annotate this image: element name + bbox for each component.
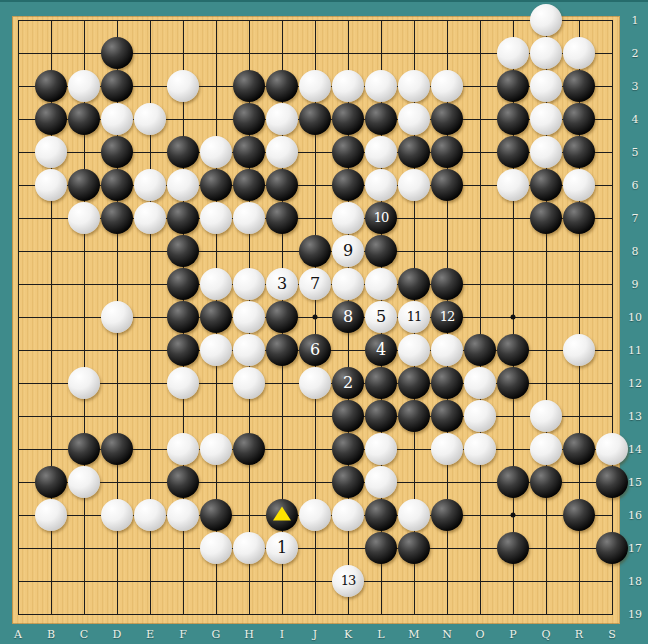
stone-white-C12[interactable] bbox=[68, 367, 100, 399]
stone-white-D16[interactable] bbox=[101, 499, 133, 531]
stone-white-K7[interactable] bbox=[332, 202, 364, 234]
stone-white-L15[interactable] bbox=[365, 466, 397, 498]
stone-black-I10[interactable] bbox=[266, 301, 298, 333]
stone-white-P6[interactable] bbox=[497, 169, 529, 201]
stone-black-C6[interactable] bbox=[68, 169, 100, 201]
column-label-F: F bbox=[179, 628, 187, 641]
row-label-10: 10 bbox=[628, 311, 642, 324]
column-label-A: A bbox=[14, 628, 22, 641]
stone-black-H3[interactable] bbox=[233, 70, 265, 102]
star-point bbox=[511, 315, 516, 320]
stone-black-C4[interactable] bbox=[68, 103, 100, 135]
stone-white-B16[interactable] bbox=[35, 499, 67, 531]
stone-white-K9[interactable] bbox=[332, 268, 364, 300]
stone-white-M3[interactable] bbox=[398, 70, 430, 102]
row-label-1: 1 bbox=[632, 14, 639, 27]
stone-white-G17[interactable] bbox=[200, 532, 232, 564]
move-number-label: 3 bbox=[277, 276, 287, 292]
stone-black-K15[interactable] bbox=[332, 466, 364, 498]
star-point bbox=[511, 513, 516, 518]
row-label-16: 16 bbox=[628, 509, 642, 522]
goban[interactable]: 10937851112642113 bbox=[12, 16, 620, 624]
stone-white-M4[interactable] bbox=[398, 103, 430, 135]
stone-white-H7[interactable] bbox=[233, 202, 265, 234]
stone-white-B5[interactable] bbox=[35, 136, 67, 168]
stone-white-K18[interactable]: 13 bbox=[332, 565, 364, 597]
move-number-label: 12 bbox=[440, 310, 455, 323]
stone-white-L10[interactable]: 5 bbox=[365, 301, 397, 333]
stone-white-M16[interactable] bbox=[398, 499, 430, 531]
stone-black-D14[interactable] bbox=[101, 433, 133, 465]
triangle-marker-icon bbox=[273, 507, 291, 521]
stone-white-N14[interactable] bbox=[431, 433, 463, 465]
stone-white-E4[interactable] bbox=[134, 103, 166, 135]
stone-black-F9[interactable] bbox=[167, 268, 199, 300]
stone-black-L8[interactable] bbox=[365, 235, 397, 267]
stone-black-Q6[interactable] bbox=[530, 169, 562, 201]
stone-white-E16[interactable] bbox=[134, 499, 166, 531]
row-label-15: 15 bbox=[628, 476, 642, 489]
stone-black-M5[interactable] bbox=[398, 136, 430, 168]
stone-black-L11[interactable]: 4 bbox=[365, 334, 397, 366]
column-label-C: C bbox=[80, 628, 88, 641]
stone-black-K10[interactable]: 8 bbox=[332, 301, 364, 333]
column-label-M: M bbox=[408, 628, 419, 641]
stone-white-M11[interactable] bbox=[398, 334, 430, 366]
stone-white-F6[interactable] bbox=[167, 169, 199, 201]
stone-black-P5[interactable] bbox=[497, 136, 529, 168]
stone-black-R4[interactable] bbox=[563, 103, 595, 135]
stone-black-M9[interactable] bbox=[398, 268, 430, 300]
stone-black-R14[interactable] bbox=[563, 433, 595, 465]
stone-black-P4[interactable] bbox=[497, 103, 529, 135]
stone-white-G5[interactable] bbox=[200, 136, 232, 168]
column-label-P: P bbox=[509, 628, 516, 641]
row-label-8: 8 bbox=[632, 245, 639, 258]
stone-black-P17[interactable] bbox=[497, 532, 529, 564]
stone-white-J9[interactable]: 7 bbox=[299, 268, 331, 300]
stone-black-Q15[interactable] bbox=[530, 466, 562, 498]
stone-black-B3[interactable] bbox=[35, 70, 67, 102]
stone-black-O11[interactable] bbox=[464, 334, 496, 366]
stone-white-M10[interactable]: 11 bbox=[398, 301, 430, 333]
row-label-3: 3 bbox=[632, 80, 639, 93]
stone-black-R5[interactable] bbox=[563, 136, 595, 168]
column-label-G: G bbox=[212, 628, 221, 641]
stone-black-S17[interactable] bbox=[596, 532, 628, 564]
stone-white-I5[interactable] bbox=[266, 136, 298, 168]
row-label-11: 11 bbox=[628, 344, 642, 357]
column-label-B: B bbox=[47, 628, 55, 641]
stone-white-Q4[interactable] bbox=[530, 103, 562, 135]
stone-black-F7[interactable] bbox=[167, 202, 199, 234]
stone-white-F16[interactable] bbox=[167, 499, 199, 531]
stone-black-F11[interactable] bbox=[167, 334, 199, 366]
move-number-label: 11 bbox=[407, 310, 422, 323]
stone-white-N11[interactable] bbox=[431, 334, 463, 366]
stone-black-L4[interactable] bbox=[365, 103, 397, 135]
stone-white-L3[interactable] bbox=[365, 70, 397, 102]
column-label-S: S bbox=[608, 628, 616, 641]
stone-black-G16[interactable] bbox=[200, 499, 232, 531]
move-number-label: 6 bbox=[310, 342, 320, 358]
stone-black-N13[interactable] bbox=[431, 400, 463, 432]
move-number-label: 13 bbox=[341, 574, 356, 587]
stone-white-L5[interactable] bbox=[365, 136, 397, 168]
stone-white-Q5[interactable] bbox=[530, 136, 562, 168]
column-label-E: E bbox=[146, 628, 154, 641]
stone-white-Q2[interactable] bbox=[530, 37, 562, 69]
stone-white-H11[interactable] bbox=[233, 334, 265, 366]
stone-black-J4[interactable] bbox=[299, 103, 331, 135]
stone-black-L16[interactable] bbox=[365, 499, 397, 531]
stone-white-D4[interactable] bbox=[101, 103, 133, 135]
row-label-14: 14 bbox=[628, 443, 642, 456]
stone-black-B4[interactable] bbox=[35, 103, 67, 135]
stone-white-H12[interactable] bbox=[233, 367, 265, 399]
stone-black-B15[interactable] bbox=[35, 466, 67, 498]
stone-white-G9[interactable] bbox=[200, 268, 232, 300]
stone-white-J16[interactable] bbox=[299, 499, 331, 531]
stone-white-F14[interactable] bbox=[167, 433, 199, 465]
stone-black-P12[interactable] bbox=[497, 367, 529, 399]
stone-white-I4[interactable] bbox=[266, 103, 298, 135]
stone-white-H10[interactable] bbox=[233, 301, 265, 333]
stone-black-Q7[interactable] bbox=[530, 202, 562, 234]
stone-black-K6[interactable] bbox=[332, 169, 364, 201]
stone-black-D2[interactable] bbox=[101, 37, 133, 69]
stone-black-P11[interactable] bbox=[497, 334, 529, 366]
stone-white-F12[interactable] bbox=[167, 367, 199, 399]
stone-black-P15[interactable] bbox=[497, 466, 529, 498]
stone-black-N6[interactable] bbox=[431, 169, 463, 201]
stone-white-I17[interactable]: 1 bbox=[266, 532, 298, 564]
stone-white-L14[interactable] bbox=[365, 433, 397, 465]
stone-white-O12[interactable] bbox=[464, 367, 496, 399]
stone-black-J11[interactable]: 6 bbox=[299, 334, 331, 366]
column-label-Q: Q bbox=[541, 628, 550, 641]
move-number-label: 9 bbox=[343, 243, 353, 259]
stone-white-S14[interactable] bbox=[596, 433, 628, 465]
stone-white-C3[interactable] bbox=[68, 70, 100, 102]
stone-black-M12[interactable] bbox=[398, 367, 430, 399]
stone-black-L17[interactable] bbox=[365, 532, 397, 564]
row-label-7: 7 bbox=[632, 212, 639, 225]
stone-white-H9[interactable] bbox=[233, 268, 265, 300]
row-label-6: 6 bbox=[632, 179, 639, 192]
stone-black-D3[interactable] bbox=[101, 70, 133, 102]
row-label-2: 2 bbox=[632, 47, 639, 60]
stone-white-M6[interactable] bbox=[398, 169, 430, 201]
stone-black-L12[interactable] bbox=[365, 367, 397, 399]
stone-black-N5[interactable] bbox=[431, 136, 463, 168]
row-label-9: 9 bbox=[632, 278, 639, 291]
column-label-D: D bbox=[113, 628, 122, 641]
stone-black-H4[interactable] bbox=[233, 103, 265, 135]
move-number-label: 1 bbox=[277, 540, 287, 556]
grid-line-vertical bbox=[480, 20, 481, 615]
stone-white-O14[interactable] bbox=[464, 433, 496, 465]
column-label-H: H bbox=[244, 628, 254, 641]
stone-black-R3[interactable] bbox=[563, 70, 595, 102]
stone-white-Q14[interactable] bbox=[530, 433, 562, 465]
column-label-N: N bbox=[442, 628, 452, 641]
stone-white-K8[interactable]: 9 bbox=[332, 235, 364, 267]
stone-black-H5[interactable] bbox=[233, 136, 265, 168]
grid-line-vertical bbox=[612, 20, 613, 615]
move-number-label: 7 bbox=[310, 276, 320, 292]
stone-black-H14[interactable] bbox=[233, 433, 265, 465]
stone-white-J3[interactable] bbox=[299, 70, 331, 102]
move-number-label: 4 bbox=[376, 342, 386, 358]
stone-black-H6[interactable] bbox=[233, 169, 265, 201]
stone-white-Q13[interactable] bbox=[530, 400, 562, 432]
stone-white-C7[interactable] bbox=[68, 202, 100, 234]
move-number-label: 8 bbox=[343, 309, 353, 325]
stone-black-I7[interactable] bbox=[266, 202, 298, 234]
stone-black-M17[interactable] bbox=[398, 532, 430, 564]
stone-black-R16[interactable] bbox=[563, 499, 595, 531]
stone-black-K13[interactable] bbox=[332, 400, 364, 432]
grid-line-horizontal bbox=[18, 416, 613, 417]
stone-white-G11[interactable] bbox=[200, 334, 232, 366]
stone-black-K12[interactable]: 2 bbox=[332, 367, 364, 399]
stone-black-G10[interactable] bbox=[200, 301, 232, 333]
stone-black-D6[interactable] bbox=[101, 169, 133, 201]
stone-white-G14[interactable] bbox=[200, 433, 232, 465]
stone-white-K16[interactable] bbox=[332, 499, 364, 531]
row-label-17: 17 bbox=[628, 542, 642, 555]
stone-black-R7[interactable] bbox=[563, 202, 595, 234]
stone-white-B6[interactable] bbox=[35, 169, 67, 201]
stone-black-F10[interactable] bbox=[167, 301, 199, 333]
stone-black-F8[interactable] bbox=[167, 235, 199, 267]
column-label-I: I bbox=[280, 628, 284, 641]
stone-black-L7[interactable]: 10 bbox=[365, 202, 397, 234]
stone-black-C14[interactable] bbox=[68, 433, 100, 465]
row-label-12: 12 bbox=[628, 377, 642, 390]
stone-black-D7[interactable] bbox=[101, 202, 133, 234]
column-label-L: L bbox=[377, 628, 384, 641]
stone-black-F5[interactable] bbox=[167, 136, 199, 168]
stone-black-K4[interactable] bbox=[332, 103, 364, 135]
star-point bbox=[313, 315, 318, 320]
row-label-4: 4 bbox=[632, 113, 639, 126]
stone-black-I3[interactable] bbox=[266, 70, 298, 102]
stone-black-D5[interactable] bbox=[101, 136, 133, 168]
stone-white-L6[interactable] bbox=[365, 169, 397, 201]
stone-white-G7[interactable] bbox=[200, 202, 232, 234]
column-label-K: K bbox=[344, 628, 352, 641]
stone-white-D10[interactable] bbox=[101, 301, 133, 333]
stone-black-N4[interactable] bbox=[431, 103, 463, 135]
column-label-J: J bbox=[313, 628, 317, 641]
stone-black-N16[interactable] bbox=[431, 499, 463, 531]
stone-white-L9[interactable] bbox=[365, 268, 397, 300]
grid-line-horizontal bbox=[18, 581, 613, 582]
stone-black-P3[interactable] bbox=[497, 70, 529, 102]
stone-black-I16[interactable] bbox=[266, 499, 298, 531]
stone-white-R6[interactable] bbox=[563, 169, 595, 201]
stone-white-Q1[interactable] bbox=[530, 4, 562, 36]
stone-white-P2[interactable] bbox=[497, 37, 529, 69]
stone-white-O13[interactable] bbox=[464, 400, 496, 432]
stone-black-J8[interactable] bbox=[299, 235, 331, 267]
stone-white-N3[interactable] bbox=[431, 70, 463, 102]
stone-white-K3[interactable] bbox=[332, 70, 364, 102]
row-label-13: 13 bbox=[628, 410, 642, 423]
stone-white-F3[interactable] bbox=[167, 70, 199, 102]
stone-black-M13[interactable] bbox=[398, 400, 430, 432]
column-label-O: O bbox=[475, 628, 484, 641]
grid-line-horizontal bbox=[18, 614, 613, 615]
stone-white-E6[interactable] bbox=[134, 169, 166, 201]
stone-black-K5[interactable] bbox=[332, 136, 364, 168]
column-label-R: R bbox=[575, 628, 583, 641]
move-number-label: 5 bbox=[376, 309, 386, 325]
move-number-label: 2 bbox=[343, 375, 353, 391]
stone-white-I9[interactable]: 3 bbox=[266, 268, 298, 300]
stone-white-C15[interactable] bbox=[68, 466, 100, 498]
move-number-label: 10 bbox=[374, 211, 389, 224]
stone-black-G6[interactable] bbox=[200, 169, 232, 201]
stone-white-R11[interactable] bbox=[563, 334, 595, 366]
stone-black-N9[interactable] bbox=[431, 268, 463, 300]
stone-white-J12[interactable] bbox=[299, 367, 331, 399]
stone-black-S15[interactable] bbox=[596, 466, 628, 498]
row-label-19: 19 bbox=[628, 608, 642, 621]
stone-black-I6[interactable] bbox=[266, 169, 298, 201]
stone-white-H17[interactable] bbox=[233, 532, 265, 564]
row-label-5: 5 bbox=[632, 146, 639, 159]
stone-black-N10[interactable]: 12 bbox=[431, 301, 463, 333]
stone-black-K14[interactable] bbox=[332, 433, 364, 465]
row-label-18: 18 bbox=[628, 575, 642, 588]
stone-white-E7[interactable] bbox=[134, 202, 166, 234]
stone-black-F15[interactable] bbox=[167, 466, 199, 498]
stone-white-R2[interactable] bbox=[563, 37, 595, 69]
stone-black-N12[interactable] bbox=[431, 367, 463, 399]
stone-black-I11[interactable] bbox=[266, 334, 298, 366]
stone-white-Q3[interactable] bbox=[530, 70, 562, 102]
stone-black-L13[interactable] bbox=[365, 400, 397, 432]
go-game-screen: 10937851112642113 ABCDEFGHIJKLMNOPQRS123… bbox=[0, 0, 648, 644]
